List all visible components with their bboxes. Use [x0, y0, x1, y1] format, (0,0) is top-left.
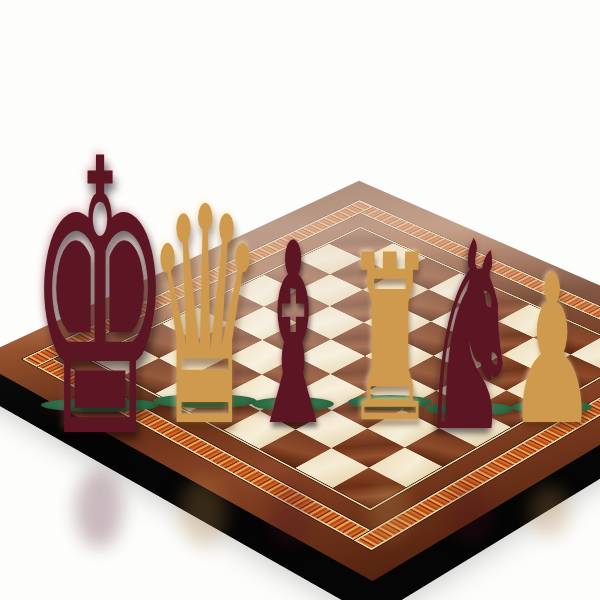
bishop-glyph: ♝: [248, 211, 338, 461]
piece-layer: ♚ ♛ ♝ ♜ ♞ ♟: [0, 0, 600, 600]
knight-glyph: ♞: [419, 208, 522, 468]
queen-glyph: ♛: [146, 169, 264, 469]
pawn-glyph: ♟: [508, 249, 596, 454]
photo-stage: ♚ ♛ ♝ ♜ ♞ ♟: [0, 0, 600, 600]
